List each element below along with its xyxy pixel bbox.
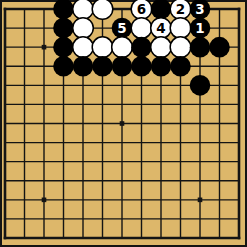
black-stone (131, 56, 152, 77)
black-stone (131, 37, 152, 58)
move-number-label: 4 (156, 20, 165, 36)
star-point (120, 121, 125, 126)
white-stone (73, 18, 94, 39)
star-point (198, 198, 203, 203)
black-stone (190, 75, 211, 96)
white-stone (112, 37, 133, 58)
move-number-label: 6 (137, 1, 146, 17)
move-number-label: 5 (117, 20, 126, 36)
black-stone (53, 37, 74, 58)
white-stone (73, 0, 94, 19)
black-stone (53, 18, 74, 39)
white-stone (92, 0, 113, 19)
black-stone (112, 56, 133, 77)
go-board: 623541 (0, 0, 247, 247)
white-stone (73, 37, 94, 58)
white-stone (131, 18, 152, 39)
star-point (42, 45, 47, 50)
black-stone (209, 37, 230, 58)
black-stone (190, 37, 211, 58)
black-stone (151, 56, 172, 77)
move-number-label: 3 (195, 1, 204, 17)
white-stone (151, 37, 172, 58)
black-stone (170, 56, 191, 77)
black-stone (53, 56, 74, 77)
black-stone (73, 56, 94, 77)
move-number-label: 1 (195, 20, 204, 36)
white-stone (170, 18, 191, 39)
white-stone (92, 37, 113, 58)
white-stone (170, 37, 191, 58)
go-diagram: 623541 (0, 0, 247, 247)
move-number-label: 2 (176, 1, 185, 17)
black-stone (92, 56, 113, 77)
star-point (42, 198, 47, 203)
